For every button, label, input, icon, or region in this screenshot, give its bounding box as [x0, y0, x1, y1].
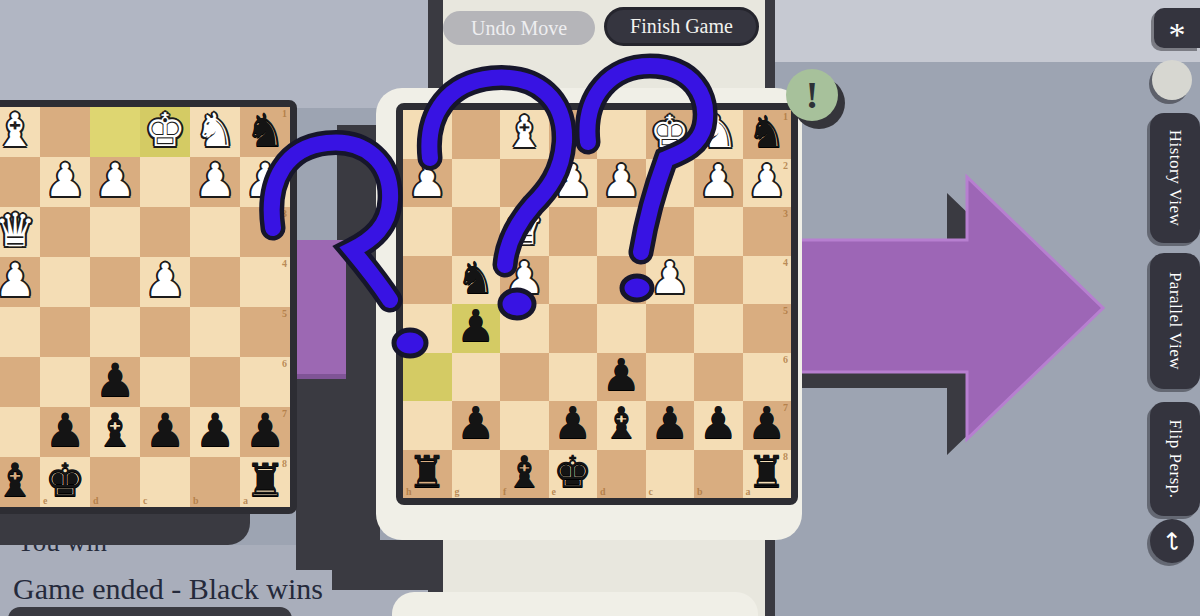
current-board: ♝♚♞♞1♟♟♟♟♟2♛3♞♟♟4♟5♟6♟♟♝♟♟♟7♜hg♝f♚edcb♜a… [396, 103, 798, 505]
rank-label: 1 [783, 111, 788, 122]
file-label: e [552, 486, 556, 497]
square-c5[interactable] [140, 307, 190, 357]
square-h3[interactable] [403, 207, 452, 256]
square-a6[interactable]: 6 [240, 357, 290, 407]
piece-white-queen: ♛ [505, 207, 544, 251]
square-b6[interactable] [694, 353, 743, 402]
file-label: a [746, 486, 751, 497]
square-a7[interactable]: ♟7 [240, 407, 290, 457]
piece-black-pawn: ♟ [244, 407, 285, 453]
file-label: h [406, 486, 412, 497]
square-d1[interactable] [597, 110, 646, 159]
square-c3[interactable] [646, 207, 695, 256]
square-g4[interactable]: ♞ [452, 256, 501, 305]
square-e4[interactable] [549, 256, 598, 305]
piece-white-pawn: ♟ [650, 256, 689, 300]
square-c2[interactable] [646, 159, 695, 208]
square-d3[interactable] [90, 207, 140, 257]
square-a3[interactable]: 3 [240, 207, 290, 257]
square-g5[interactable]: ♟ [452, 304, 501, 353]
next-board-shadow [8, 607, 292, 616]
piece-white-pawn: ♟ [699, 159, 738, 203]
square-d5[interactable] [90, 307, 140, 357]
piece-white-pawn: ♟ [408, 159, 447, 203]
square-e6[interactable] [40, 357, 90, 407]
square-e2[interactable]: ♟ [549, 159, 598, 208]
piece-white-pawn: ♟ [194, 157, 235, 203]
square-f7[interactable] [0, 407, 40, 457]
square-b4[interactable] [190, 257, 240, 307]
square-b7[interactable]: ♟ [190, 407, 240, 457]
square-e5[interactable] [40, 307, 90, 357]
piece-black-pawn: ♟ [699, 401, 738, 445]
square-f2[interactable] [0, 157, 40, 207]
square-c8[interactable]: c [140, 457, 190, 507]
jump-arrow-icon: ↩ [1158, 531, 1186, 551]
piece-white-pawn: ♟ [505, 256, 544, 300]
piece-white-pawn: ♟ [94, 157, 135, 203]
square-f1[interactable]: ♝ [0, 107, 40, 157]
file-label: c [649, 486, 653, 497]
rank-label: 8 [282, 458, 287, 469]
file-label: a [243, 495, 248, 506]
rank-label: 7 [783, 402, 788, 413]
rank-label: 6 [282, 358, 287, 369]
square-g8[interactable]: g [452, 450, 501, 499]
flip-perspective-button[interactable]: Flip Persp. [1150, 402, 1200, 516]
jump-to-board-button[interactable]: ↩ [1150, 519, 1194, 563]
previous-board: ♝♚♞♞1♟♟♟♟2♛3♟♟45♟6♟♝♟♟♟7hg♝f♚edcb♜a8 [0, 100, 297, 514]
square-f7[interactable] [500, 401, 549, 450]
square-d8[interactable]: d [90, 457, 140, 507]
square-f5[interactable] [500, 304, 549, 353]
rank-label: 5 [783, 305, 788, 316]
app-window: You win Game ended - Black wins ! ♝♚♞♞1♟… [0, 0, 1200, 616]
piece-black-pawn: ♟ [44, 407, 85, 453]
square-g6[interactable] [452, 353, 501, 402]
square-b8[interactable]: b [694, 450, 743, 499]
rank-label: 6 [783, 354, 788, 365]
square-b8[interactable]: b [190, 457, 240, 507]
square-a1[interactable]: ♞1 [743, 110, 792, 159]
piece-white-pawn: ♟ [44, 157, 85, 203]
square-e6[interactable] [549, 353, 598, 402]
file-label: b [193, 495, 199, 506]
flip-perspective-label: Flip Persp. [1165, 419, 1185, 498]
square-d7[interactable]: ♝ [597, 401, 646, 450]
square-b5[interactable] [190, 307, 240, 357]
square-e1[interactable] [549, 110, 598, 159]
square-b1[interactable]: ♞ [694, 110, 743, 159]
piece-black-knight: ♞ [456, 256, 495, 300]
square-c6[interactable] [140, 357, 190, 407]
square-e5[interactable] [549, 304, 598, 353]
square-f5[interactable] [0, 307, 40, 357]
piece-black-bishop: ♝ [94, 407, 135, 453]
square-h1[interactable] [403, 110, 452, 159]
file-label: d [93, 495, 99, 506]
piece-white-knight: ♞ [699, 110, 738, 154]
piece-white-pawn: ♟ [0, 257, 36, 303]
piece-white-king: ♚ [650, 110, 689, 154]
square-g7[interactable]: ♟ [452, 401, 501, 450]
square-b5[interactable] [694, 304, 743, 353]
piece-white-knight: ♞ [194, 107, 235, 153]
square-f6[interactable] [500, 353, 549, 402]
square-b7[interactable]: ♟ [694, 401, 743, 450]
background-band [0, 0, 432, 108]
square-a8[interactable]: ♜a8 [743, 450, 792, 499]
piece-black-king: ♚ [553, 450, 592, 494]
square-c3[interactable] [140, 207, 190, 257]
square-c4[interactable]: ♟ [140, 257, 190, 307]
square-f4[interactable]: ♟ [0, 257, 40, 307]
square-g2[interactable] [452, 159, 501, 208]
square-d1[interactable] [90, 107, 140, 157]
piece-white-pawn: ♟ [602, 159, 641, 203]
rank-label: 7 [282, 408, 287, 419]
rank-label: 4 [282, 258, 287, 269]
square-d8[interactable]: d [597, 450, 646, 499]
history-view-button[interactable]: History View [1150, 113, 1200, 243]
rank-label: 3 [783, 208, 788, 219]
file-label: e [43, 495, 47, 506]
square-b3[interactable] [190, 207, 240, 257]
square-h4[interactable] [403, 256, 452, 305]
status-text: Game ended - Black wins [13, 572, 323, 606]
file-label: f [503, 486, 506, 497]
piece-black-rook: ♜ [408, 450, 447, 494]
file-label: c [143, 495, 147, 506]
square-a1[interactable]: ♞1 [240, 107, 290, 157]
rank-label: 3 [282, 208, 287, 219]
piece-white-pawn: ♟ [747, 159, 786, 203]
rank-label: 5 [282, 308, 287, 319]
piece-white-queen: ♛ [0, 207, 36, 253]
square-e4[interactable] [40, 257, 90, 307]
finish-game-button[interactable]: Finish Game [604, 7, 759, 46]
square-a3[interactable]: 3 [743, 207, 792, 256]
square-a6[interactable]: 6 [743, 353, 792, 402]
piece-black-pawn: ♟ [144, 407, 185, 453]
square-e2[interactable]: ♟ [40, 157, 90, 207]
piece-white-pawn: ♟ [553, 159, 592, 203]
rank-label: 2 [282, 158, 287, 169]
square-a4[interactable]: 4 [743, 256, 792, 305]
square-f2[interactable] [500, 159, 549, 208]
square-c7[interactable]: ♟ [140, 407, 190, 457]
history-view-label: History View [1165, 130, 1185, 227]
piece-black-knight: ♞ [747, 110, 786, 154]
square-c7[interactable]: ♟ [646, 401, 695, 450]
square-e8[interactable]: ♚e [549, 450, 598, 499]
arrow-body [790, 177, 1103, 439]
timetravel-arrow [788, 158, 1128, 468]
square-a2[interactable]: ♟2 [743, 159, 792, 208]
piece-white-king: ♚ [144, 107, 185, 153]
square-d4[interactable] [597, 256, 646, 305]
square-d5[interactable] [597, 304, 646, 353]
piece-white-bishop: ♝ [0, 107, 36, 153]
piece-black-bishop: ♝ [602, 401, 641, 445]
square-c1[interactable]: ♚ [140, 107, 190, 157]
square-e7[interactable]: ♟ [549, 401, 598, 450]
square-f3[interactable]: ♛ [500, 207, 549, 256]
square-b2[interactable]: ♟ [694, 159, 743, 208]
square-a8[interactable]: ♜a8 [240, 457, 290, 507]
square-c4[interactable]: ♟ [646, 256, 695, 305]
exclamation-icon: ! [806, 73, 819, 117]
piece-white-pawn: ♟ [244, 157, 285, 203]
piece-white-pawn: ♟ [144, 257, 185, 303]
piece-black-rook: ♜ [244, 457, 285, 503]
square-c2[interactable] [140, 157, 190, 207]
piece-black-knight: ♞ [244, 107, 285, 153]
square-b2[interactable]: ♟ [190, 157, 240, 207]
square-f4[interactable]: ♟ [500, 256, 549, 305]
parallel-view-button[interactable]: Parallel View [1150, 253, 1200, 389]
alert-badge[interactable]: ! [786, 69, 838, 121]
square-d4[interactable] [90, 257, 140, 307]
square-a4[interactable]: 4 [240, 257, 290, 307]
square-f1[interactable]: ♝ [500, 110, 549, 159]
square-h5[interactable] [403, 304, 452, 353]
square-a2[interactable]: ♟2 [240, 157, 290, 207]
square-h8[interactable]: ♜h [403, 450, 452, 499]
file-label: b [697, 486, 703, 497]
piece-black-king: ♚ [44, 457, 85, 503]
square-e8[interactable]: ♚e [40, 457, 90, 507]
square-d6[interactable]: ♟ [597, 353, 646, 402]
piece-black-pawn: ♟ [553, 401, 592, 445]
piece-black-bishop: ♝ [0, 457, 36, 503]
piece-black-pawn: ♟ [194, 407, 235, 453]
square-a5[interactable]: 5 [743, 304, 792, 353]
piece-black-pawn: ♟ [650, 401, 689, 445]
square-h6[interactable] [403, 353, 452, 402]
square-c6[interactable] [646, 353, 695, 402]
next-board-panel [392, 592, 758, 616]
square-d2[interactable]: ♟ [90, 157, 140, 207]
square-d7[interactable]: ♝ [90, 407, 140, 457]
square-b1[interactable]: ♞ [190, 107, 240, 157]
piece-black-pawn: ♟ [94, 357, 135, 403]
square-f8[interactable]: ♝f [500, 450, 549, 499]
piece-black-pawn: ♟ [456, 401, 495, 445]
square-h7[interactable] [403, 401, 452, 450]
square-d6[interactable]: ♟ [90, 357, 140, 407]
piece-black-pawn: ♟ [602, 353, 641, 397]
square-b6[interactable] [190, 357, 240, 407]
square-e7[interactable]: ♟ [40, 407, 90, 457]
piece-black-pawn: ♟ [747, 401, 786, 445]
asterisk-icon: * [1169, 15, 1186, 55]
undo-move-button[interactable]: Undo Move [443, 11, 595, 45]
piece-black-rook: ♜ [747, 450, 786, 494]
square-e3[interactable] [549, 207, 598, 256]
rank-label: 1 [282, 108, 287, 119]
file-label: g [455, 486, 460, 497]
square-c1[interactable]: ♚ [646, 110, 695, 159]
parallel-view-label: Parallel View [1165, 272, 1185, 370]
square-c8[interactable]: c [646, 450, 695, 499]
square-c5[interactable] [646, 304, 695, 353]
square-d2[interactable]: ♟ [597, 159, 646, 208]
rank-label: 2 [783, 160, 788, 171]
square-f8[interactable]: ♝f [0, 457, 40, 507]
square-e3[interactable] [40, 207, 90, 257]
piece-black-bishop: ♝ [505, 450, 544, 494]
square-g3[interactable] [452, 207, 501, 256]
square-h2[interactable]: ♟ [403, 159, 452, 208]
piece-black-pawn: ♟ [456, 304, 495, 348]
file-label: d [600, 486, 606, 497]
rank-label: 4 [783, 257, 788, 268]
square-b3[interactable] [694, 207, 743, 256]
star-button[interactable]: * [1154, 8, 1200, 48]
timetravel-arrow-tail [296, 240, 346, 379]
piece-white-bishop: ♝ [505, 110, 544, 154]
square-d3[interactable] [597, 207, 646, 256]
square-b4[interactable] [694, 256, 743, 305]
color-toggle-button[interactable] [1152, 60, 1192, 100]
square-e1[interactable] [40, 107, 90, 157]
square-f6[interactable] [0, 357, 40, 407]
square-g1[interactable] [452, 110, 501, 159]
rank-label: 8 [783, 451, 788, 462]
square-f3[interactable]: ♛ [0, 207, 40, 257]
square-a5[interactable]: 5 [240, 307, 290, 357]
square-a7[interactable]: ♟7 [743, 401, 792, 450]
panel-shadow [332, 540, 443, 590]
